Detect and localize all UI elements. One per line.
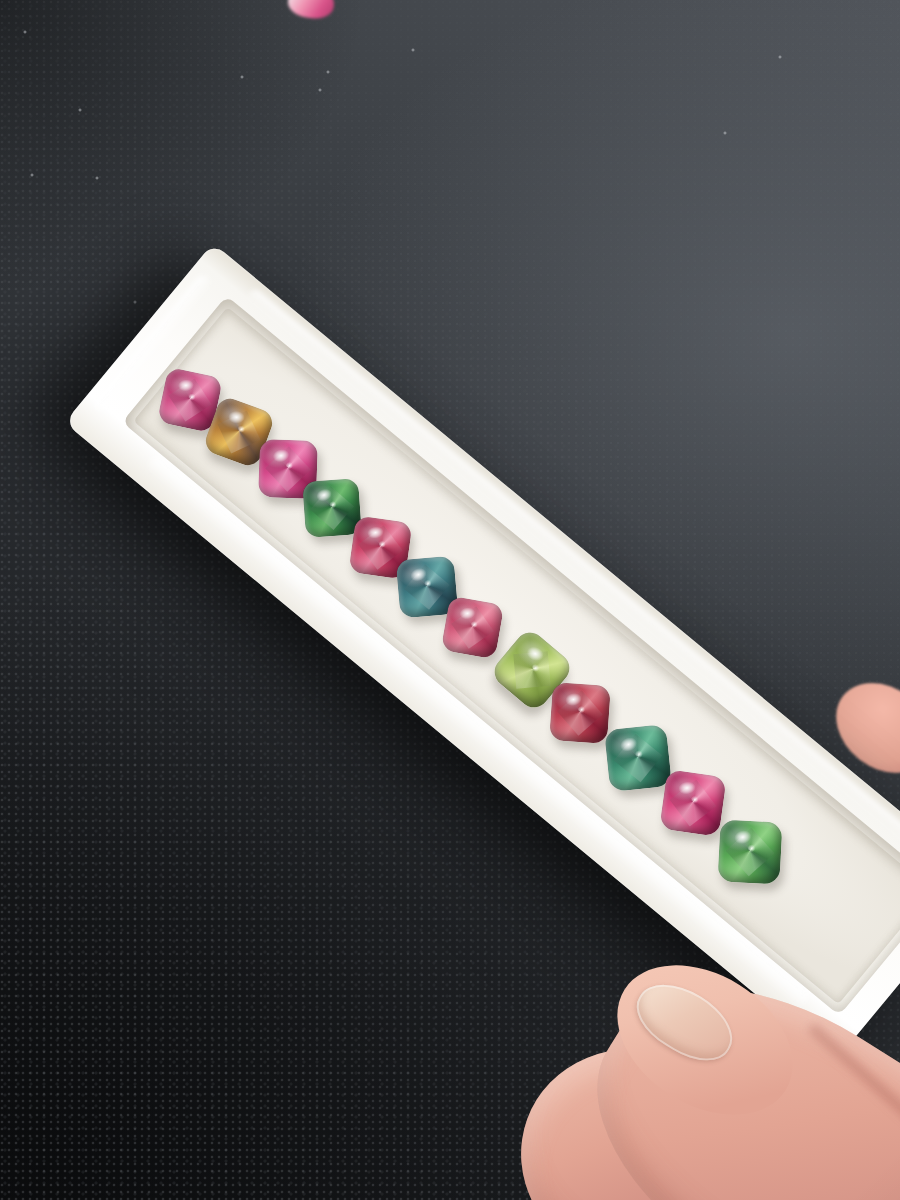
gem-cabochon bbox=[604, 724, 672, 792]
gem-cabochon bbox=[302, 478, 362, 538]
gem-cabochon bbox=[659, 769, 727, 837]
dust-speck bbox=[411, 48, 415, 52]
dust-speck bbox=[778, 55, 782, 59]
dust-speck bbox=[240, 75, 244, 79]
dust-speck bbox=[318, 88, 322, 92]
dust-speck bbox=[133, 300, 137, 304]
gem-cabochon bbox=[717, 819, 782, 884]
photo-stage bbox=[0, 0, 900, 1200]
dust-speck bbox=[723, 131, 727, 135]
gem-cabochon bbox=[440, 595, 504, 659]
dust-speck bbox=[95, 176, 99, 180]
dust-speck bbox=[78, 108, 82, 112]
gem-cabochon bbox=[549, 682, 611, 744]
dust-speck bbox=[30, 173, 34, 177]
dust-speck bbox=[326, 70, 330, 74]
dust-speck bbox=[23, 30, 27, 34]
